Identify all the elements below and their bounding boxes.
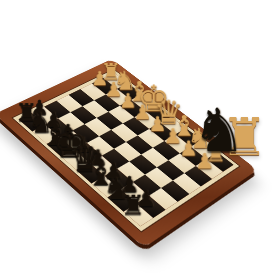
square-e4	[111, 123, 138, 142]
black-rook-piece-a8: ♜	[120, 191, 145, 219]
chess-set-product-photo: ♜♞♝♚♛♝♞♜♟♟♟♟♟♟♟♟♟♟♟♟♟♟♟♟♜♞♝♚♛♝♞♜ ♞ ♜	[0, 0, 280, 280]
showcase-black-knight-piece: ♞	[192, 100, 246, 160]
